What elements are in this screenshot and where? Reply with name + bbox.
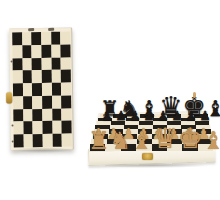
folded-board-square [23, 96, 33, 109]
folded-board-square [51, 70, 61, 83]
folded-board-square [14, 134, 24, 147]
folded-board-square [61, 95, 71, 108]
screw-icon [11, 140, 13, 142]
board-square [90, 144, 105, 151]
folded-board-square [32, 70, 42, 83]
folded-board-square [32, 96, 42, 109]
folded-board-square [51, 44, 61, 57]
folded-board-square [32, 83, 42, 96]
folded-board-square [41, 32, 51, 45]
folded-board-square [42, 70, 52, 83]
folded-board-square [32, 32, 42, 45]
board-square [152, 144, 167, 151]
folded-board-square [51, 32, 61, 45]
folded-board-square [22, 58, 32, 71]
folded-board-square [51, 57, 61, 70]
folded-chess-board [9, 28, 74, 151]
hinge-pin-icon [48, 28, 54, 31]
folded-board-square [13, 109, 23, 122]
folded-board-square [13, 83, 23, 96]
screw-icon [10, 60, 12, 62]
folded-board-square [61, 32, 71, 45]
folded-board-square [23, 134, 33, 147]
folded-board-square [22, 32, 32, 45]
folded-board-square [13, 122, 23, 135]
folded-board-square [62, 121, 72, 134]
folded-board-square [42, 121, 52, 134]
folded-board-square [33, 109, 43, 122]
folded-board-square [12, 45, 22, 58]
board-square [136, 144, 151, 151]
folded-board-square [52, 96, 62, 109]
folded-board-square [61, 70, 71, 83]
folded-board-square [42, 57, 52, 70]
folded-board-square [52, 121, 62, 134]
folded-board-shadow [12, 147, 72, 153]
folded-board-checker-grid [12, 32, 72, 148]
folded-board-square [22, 70, 32, 83]
folded-board-square [61, 83, 71, 96]
folded-board-square [32, 58, 42, 71]
folded-board-square [33, 134, 43, 147]
folded-board-square [13, 58, 23, 71]
screw-icon [11, 124, 13, 126]
board-square [121, 144, 136, 151]
folded-board-square [43, 134, 53, 147]
folded-board-square [62, 108, 72, 121]
folded-board-square [22, 45, 32, 58]
folded-board-square [62, 134, 72, 147]
board-rank-row [90, 144, 213, 151]
hinge-pin-icon [28, 28, 34, 31]
folded-board-square [12, 32, 22, 45]
folded-board-square [42, 96, 52, 109]
folded-board-square [33, 121, 43, 134]
board-square [105, 144, 120, 151]
board-square [167, 144, 182, 151]
folded-board-square [52, 134, 62, 147]
brass-clasp-icon [142, 153, 153, 160]
brass-latch-icon [6, 92, 12, 103]
folded-board-square [42, 83, 52, 96]
folded-board-square [23, 83, 33, 96]
board-square [182, 144, 197, 151]
folded-board-square [23, 122, 33, 135]
folded-board-square [52, 108, 62, 121]
folded-board-square [23, 109, 33, 122]
product-photo: ♜♞♝♛♚♝♞♜♟♟♟♟♟♟♟♟♟♟♟♟♟♟♟♟♜♞♝♛♚♝♞♜ [0, 0, 220, 200]
board-square [198, 144, 213, 151]
open-board-shadow [95, 163, 210, 168]
folded-board-square [52, 83, 62, 96]
folded-board-square [61, 57, 71, 70]
folded-board-square [61, 44, 71, 57]
folded-board-square [41, 45, 51, 58]
folded-board-square [32, 45, 42, 58]
folded-board-square [42, 109, 52, 122]
folded-board-square [13, 96, 23, 109]
folded-board-square [13, 71, 23, 84]
